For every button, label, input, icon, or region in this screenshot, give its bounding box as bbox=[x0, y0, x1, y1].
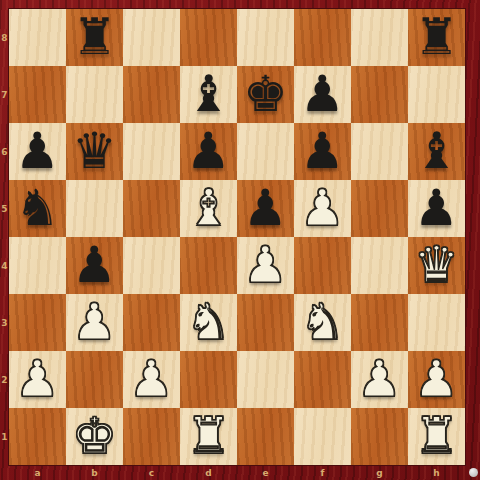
square-b3[interactable]: ♟ bbox=[66, 294, 123, 351]
white-rook-d1[interactable]: ♜ bbox=[180, 408, 237, 465]
square-d4[interactable] bbox=[180, 237, 237, 294]
square-e7[interactable]: ♚ bbox=[237, 66, 294, 123]
square-g1[interactable] bbox=[351, 408, 408, 465]
square-a3[interactable] bbox=[9, 294, 66, 351]
file-label-f: f bbox=[294, 465, 351, 480]
square-h2[interactable]: ♟ bbox=[408, 351, 465, 408]
square-f2[interactable] bbox=[294, 351, 351, 408]
black-pawn-f7[interactable]: ♟ bbox=[294, 66, 351, 123]
square-c5[interactable] bbox=[123, 180, 180, 237]
square-c2[interactable]: ♟ bbox=[123, 351, 180, 408]
rank-label-7: 7 bbox=[0, 66, 9, 123]
black-pawn-f6[interactable]: ♟ bbox=[294, 123, 351, 180]
white-pawn-c2[interactable]: ♟ bbox=[123, 351, 180, 408]
square-d5[interactable]: ♝ bbox=[180, 180, 237, 237]
corner-logo-dot bbox=[469, 468, 478, 477]
square-g3[interactable] bbox=[351, 294, 408, 351]
square-c4[interactable] bbox=[123, 237, 180, 294]
square-a8[interactable] bbox=[9, 9, 66, 66]
square-b6[interactable]: ♛ bbox=[66, 123, 123, 180]
square-g4[interactable] bbox=[351, 237, 408, 294]
square-a7[interactable] bbox=[9, 66, 66, 123]
white-king-b1[interactable]: ♚ bbox=[66, 408, 123, 465]
white-pawn-b3[interactable]: ♟ bbox=[66, 294, 123, 351]
square-f7[interactable]: ♟ bbox=[294, 66, 351, 123]
square-b8[interactable]: ♜ bbox=[66, 9, 123, 66]
white-rook-h1[interactable]: ♜ bbox=[408, 408, 465, 465]
black-pawn-b4[interactable]: ♟ bbox=[66, 237, 123, 294]
file-label-a: a bbox=[9, 465, 66, 480]
square-d2[interactable] bbox=[180, 351, 237, 408]
square-g8[interactable] bbox=[351, 9, 408, 66]
square-c3[interactable] bbox=[123, 294, 180, 351]
square-f1[interactable] bbox=[294, 408, 351, 465]
square-g6[interactable] bbox=[351, 123, 408, 180]
rank-label-8: 8 bbox=[0, 9, 9, 66]
square-e2[interactable] bbox=[237, 351, 294, 408]
black-rook-h8[interactable]: ♜ bbox=[408, 9, 465, 66]
square-g2[interactable]: ♟ bbox=[351, 351, 408, 408]
square-h8[interactable]: ♜ bbox=[408, 9, 465, 66]
black-pawn-d6[interactable]: ♟ bbox=[180, 123, 237, 180]
white-queen-h4[interactable]: ♛ bbox=[408, 237, 465, 294]
square-e3[interactable] bbox=[237, 294, 294, 351]
white-pawn-a2[interactable]: ♟ bbox=[9, 351, 66, 408]
square-b4[interactable]: ♟ bbox=[66, 237, 123, 294]
square-e4[interactable]: ♟ bbox=[237, 237, 294, 294]
square-c6[interactable] bbox=[123, 123, 180, 180]
square-h6[interactable]: ♝ bbox=[408, 123, 465, 180]
square-d6[interactable]: ♟ bbox=[180, 123, 237, 180]
chess-board: ♜♜♝♚♟♟♛♟♟♝♞♝♟♟♟♟♟♛♟♞♞♟♟♟♟♚♜♜ bbox=[9, 9, 465, 465]
square-e1[interactable] bbox=[237, 408, 294, 465]
rank-label-4: 4 bbox=[0, 237, 9, 294]
square-c8[interactable] bbox=[123, 9, 180, 66]
square-c1[interactable] bbox=[123, 408, 180, 465]
square-f6[interactable]: ♟ bbox=[294, 123, 351, 180]
square-f8[interactable] bbox=[294, 9, 351, 66]
file-label-d: d bbox=[180, 465, 237, 480]
square-b2[interactable] bbox=[66, 351, 123, 408]
square-e5[interactable]: ♟ bbox=[237, 180, 294, 237]
black-queen-b6[interactable]: ♛ bbox=[66, 123, 123, 180]
white-pawn-f5[interactable]: ♟ bbox=[294, 180, 351, 237]
square-f4[interactable] bbox=[294, 237, 351, 294]
square-b5[interactable] bbox=[66, 180, 123, 237]
square-a6[interactable]: ♟ bbox=[9, 123, 66, 180]
white-bishop-d5[interactable]: ♝ bbox=[180, 180, 237, 237]
square-d3[interactable]: ♞ bbox=[180, 294, 237, 351]
rank-label-2: 2 bbox=[0, 351, 9, 408]
square-a5[interactable]: ♞ bbox=[9, 180, 66, 237]
square-a2[interactable]: ♟ bbox=[9, 351, 66, 408]
square-h4[interactable]: ♛ bbox=[408, 237, 465, 294]
white-pawn-g2[interactable]: ♟ bbox=[351, 351, 408, 408]
square-d8[interactable] bbox=[180, 9, 237, 66]
file-label-e: e bbox=[237, 465, 294, 480]
square-h5[interactable]: ♟ bbox=[408, 180, 465, 237]
black-pawn-h5[interactable]: ♟ bbox=[408, 180, 465, 237]
file-label-g: g bbox=[351, 465, 408, 480]
file-label-b: b bbox=[66, 465, 123, 480]
chess-board-frame: ♜♜♝♚♟♟♛♟♟♝♞♝♟♟♟♟♟♛♟♞♞♟♟♟♟♚♜♜ 87654321 ab… bbox=[0, 0, 480, 480]
rank-label-6: 6 bbox=[0, 123, 9, 180]
file-labels: abcdefgh bbox=[9, 465, 465, 480]
square-c7[interactable] bbox=[123, 66, 180, 123]
square-b1[interactable]: ♚ bbox=[66, 408, 123, 465]
square-a4[interactable] bbox=[9, 237, 66, 294]
white-knight-f3[interactable]: ♞ bbox=[294, 294, 351, 351]
file-label-h: h bbox=[408, 465, 465, 480]
black-bishop-d7[interactable]: ♝ bbox=[180, 66, 237, 123]
square-h1[interactable]: ♜ bbox=[408, 408, 465, 465]
square-g7[interactable] bbox=[351, 66, 408, 123]
square-f3[interactable]: ♞ bbox=[294, 294, 351, 351]
rank-label-1: 1 bbox=[0, 408, 9, 465]
black-rook-b8[interactable]: ♜ bbox=[66, 9, 123, 66]
square-d1[interactable]: ♜ bbox=[180, 408, 237, 465]
square-d7[interactable]: ♝ bbox=[180, 66, 237, 123]
square-h3[interactable] bbox=[408, 294, 465, 351]
black-king-e7[interactable]: ♚ bbox=[237, 66, 294, 123]
rank-labels: 87654321 bbox=[0, 9, 9, 465]
black-knight-a5[interactable]: ♞ bbox=[9, 180, 66, 237]
square-g5[interactable] bbox=[351, 180, 408, 237]
black-bishop-h6[interactable]: ♝ bbox=[408, 123, 465, 180]
white-knight-d3[interactable]: ♞ bbox=[180, 294, 237, 351]
square-e8[interactable] bbox=[237, 9, 294, 66]
white-pawn-h2[interactable]: ♟ bbox=[408, 351, 465, 408]
black-pawn-a6[interactable]: ♟ bbox=[9, 123, 66, 180]
square-b7[interactable] bbox=[66, 66, 123, 123]
black-pawn-e5[interactable]: ♟ bbox=[237, 180, 294, 237]
square-f5[interactable]: ♟ bbox=[294, 180, 351, 237]
square-a1[interactable] bbox=[9, 408, 66, 465]
rank-label-5: 5 bbox=[0, 180, 9, 237]
file-label-c: c bbox=[123, 465, 180, 480]
white-pawn-e4[interactable]: ♟ bbox=[237, 237, 294, 294]
rank-label-3: 3 bbox=[0, 294, 9, 351]
square-e6[interactable] bbox=[237, 123, 294, 180]
square-h7[interactable] bbox=[408, 66, 465, 123]
